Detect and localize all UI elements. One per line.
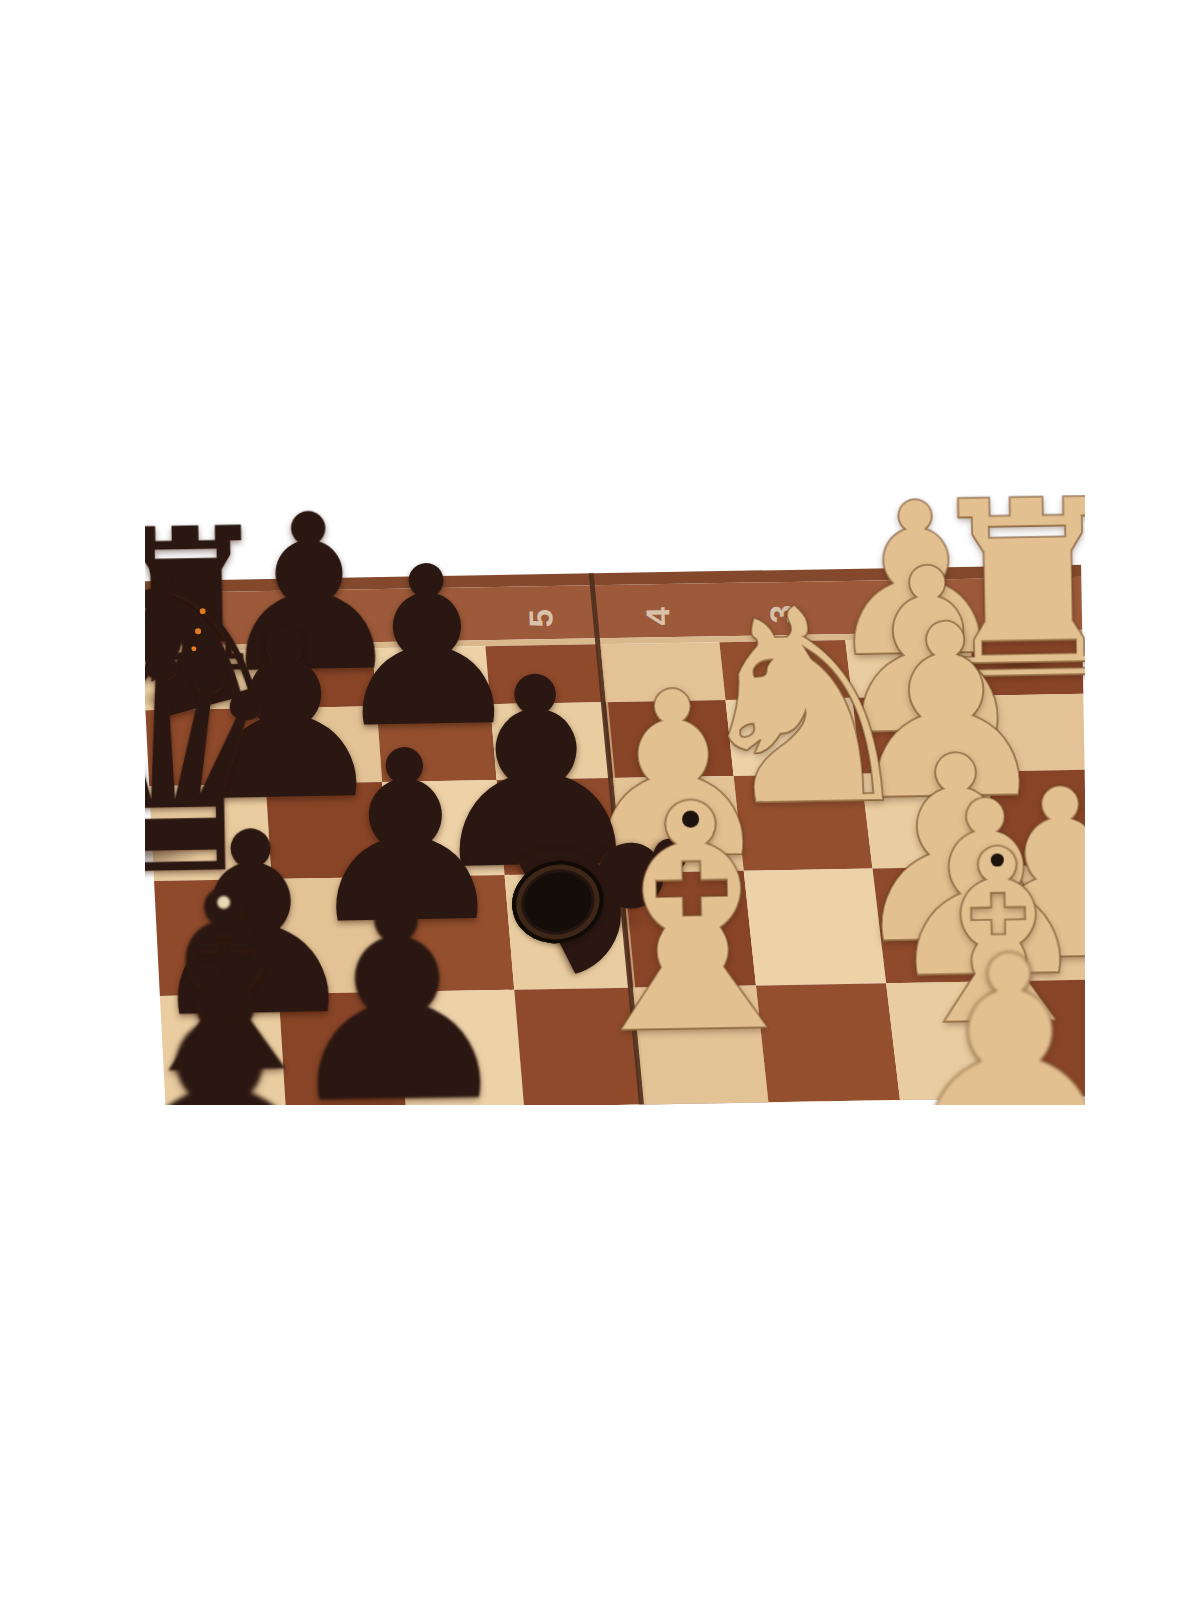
bishop-finial-dot — [991, 853, 1004, 866]
chess-scene: 87654321 ♟♜♟♜♞♟♟♟♟♞♟♛♟♟♟♟♟♟♟♝♝♝♟♟♟ — [145, 495, 1085, 1105]
black-pawn-f7: ♟ — [145, 949, 347, 1105]
product-photo: 87654321 ♟♜♟♜♞♟♟♟♟♞♟♛♟♟♟♟♟♟♟♝♝♝♟♟♟ — [145, 495, 1085, 1105]
bishop-finial-dot — [682, 811, 699, 828]
white-pawn-f2: ♟ — [886, 919, 1085, 1105]
page-background: 87654321 ♟♜♟♜♞♟♟♟♟♞♟♛♟♟♟♟♟♟♟♝♝♝♟♟♟ — [0, 0, 1200, 1600]
white-bishop-e4: ♝ — [549, 762, 836, 1080]
